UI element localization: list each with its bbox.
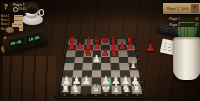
white-bishop[interactable]: ♝ [111,83,121,94]
game-screen: 09:45 10:00 ♟ ABCDEFGH 12345678 ♜♝♛♚♝♜♟♟… [0,0,200,101]
red-pawn[interactable]: ♟ [101,48,110,57]
pot-body [173,37,200,80]
white-queen[interactable]: ♛ [91,83,101,94]
square-d3[interactable] [91,70,101,77]
move-row[interactable]: Move 4d5 [1,27,23,31]
player1-clock: 09:45 [13,7,37,12]
white-bishop[interactable]: ♝ [129,60,138,70]
clock-lcd-left: 09:45 [8,37,24,48]
white-pawn[interactable]: ♟ [92,54,101,64]
red-knight[interactable]: ♞ [110,48,119,57]
white-rook[interactable]: ♜ [132,83,142,94]
wood-floor [0,56,56,101]
red-pawn[interactable]: ♟ [118,42,126,51]
player1-plate: Player 1 09:45 [10,2,39,13]
clock-icon [13,7,18,12]
white-king[interactable]: ♚ [101,83,111,94]
move-list: Move 1d4 Nf6 Move 2Bg5 e6 Move 3Bh4 Nc6 … [1,15,23,31]
move-row[interactable]: Move 3Bh4 Nc6 [1,23,23,27]
white-knight[interactable]: ♞ [121,83,131,94]
white-pawn[interactable]: ♟ [81,75,91,86]
square-c1[interactable] [80,85,91,93]
help-button[interactable]: ? [2,2,10,12]
player2-plate: Player 2 10:00 ≡ [163,3,200,14]
white-knight[interactable]: ♞ [71,83,81,94]
red-king[interactable]: ♚ [101,36,109,45]
player2-name: Player 2 [167,7,179,11]
red-pawn[interactable]: ♟ [67,42,75,51]
info-row: Player 1 02 [168,17,200,22]
clock-button [3,36,7,40]
file-labels: ABCDEFGH [59,94,143,98]
info-row: Player 2 01 [168,23,200,28]
square-e4[interactable] [101,63,110,70]
menu-button[interactable]: ≡ [191,4,199,13]
red-knight[interactable]: ♞ [84,48,93,57]
red-pawn[interactable]: ♟ [93,42,101,51]
captured-red-pawn: ♟ [146,43,155,53]
white-rook[interactable]: ♜ [60,83,70,94]
red-pawn[interactable]: ♟ [126,42,134,51]
square-c4[interactable] [82,63,92,70]
cactus-pot [173,28,200,80]
player2-clock: 10:00 [181,7,189,11]
square-d4[interactable] [92,63,101,70]
clock-lcd-right: 10:00 [26,33,42,44]
cup-handle [39,9,45,16]
